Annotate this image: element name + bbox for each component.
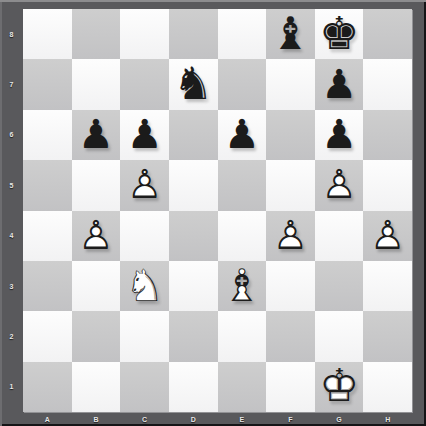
piece-white-knight[interactable]: ♞♘ xyxy=(120,261,169,311)
piece-white-pawn[interactable]: ♟♙ xyxy=(266,211,315,261)
square-h8[interactable] xyxy=(363,9,412,59)
square-b6[interactable]: ♟ xyxy=(72,110,121,160)
square-f4[interactable]: ♟♙ xyxy=(266,211,315,261)
piece-glyph: ♚ xyxy=(315,9,364,59)
square-b7[interactable] xyxy=(72,59,121,109)
file-label-c: C xyxy=(120,412,169,426)
piece-white-pawn[interactable]: ♟♙ xyxy=(72,211,121,261)
square-b3[interactable] xyxy=(72,261,121,311)
square-a2[interactable] xyxy=(23,311,72,361)
file-label-e: E xyxy=(218,412,267,426)
square-h6[interactable] xyxy=(363,110,412,160)
square-d4[interactable] xyxy=(169,211,218,261)
square-e1[interactable] xyxy=(218,362,267,412)
square-d5[interactable] xyxy=(169,160,218,210)
piece-glyph-outline: ♙ xyxy=(72,211,121,261)
piece-glyph-outline: ♘ xyxy=(120,261,169,311)
square-c1[interactable] xyxy=(120,362,169,412)
file-label-h: H xyxy=(363,412,412,426)
piece-black-bishop[interactable]: ♝ xyxy=(266,9,315,59)
square-a6[interactable] xyxy=(23,110,72,160)
piece-white-pawn[interactable]: ♟♙ xyxy=(120,160,169,210)
square-g7[interactable]: ♟ xyxy=(315,59,364,109)
piece-black-pawn[interactable]: ♟ xyxy=(315,110,364,160)
square-h2[interactable] xyxy=(363,311,412,361)
square-g4[interactable] xyxy=(315,211,364,261)
square-c8[interactable] xyxy=(120,9,169,59)
square-c7[interactable] xyxy=(120,59,169,109)
piece-white-bishop[interactable]: ♝♗ xyxy=(218,261,267,311)
piece-glyph: ♞ xyxy=(169,59,218,109)
file-label-g: G xyxy=(315,412,364,426)
square-f7[interactable] xyxy=(266,59,315,109)
square-e5[interactable] xyxy=(218,160,267,210)
piece-glyph-outline: ♔ xyxy=(315,362,364,412)
piece-glyph: ♟ xyxy=(315,110,364,160)
piece-glyph-outline: ♗ xyxy=(218,261,267,311)
square-b4[interactable]: ♟♙ xyxy=(72,211,121,261)
square-b8[interactable] xyxy=(72,9,121,59)
file-label-d: D xyxy=(169,412,218,426)
rank-label-8: 8 xyxy=(0,9,23,59)
rank-label-4: 4 xyxy=(0,211,23,261)
board: ♝♚♞♟♟♟♟♟♟♙♟♙♟♙♟♙♟♙♞♘♝♗♚♔ xyxy=(23,9,412,412)
file-label-b: B xyxy=(72,412,121,426)
piece-black-pawn[interactable]: ♟ xyxy=(120,110,169,160)
square-d7[interactable]: ♞ xyxy=(169,59,218,109)
piece-glyph: ♝ xyxy=(266,9,315,59)
piece-black-pawn[interactable]: ♟ xyxy=(72,110,121,160)
square-c2[interactable] xyxy=(120,311,169,361)
rank-label-3: 3 xyxy=(0,261,23,311)
piece-glyph-outline: ♙ xyxy=(363,211,412,261)
square-f1[interactable] xyxy=(266,362,315,412)
square-e3[interactable]: ♝♗ xyxy=(218,261,267,311)
rank-labels: 87654321 xyxy=(0,9,23,412)
square-d1[interactable] xyxy=(169,362,218,412)
square-a3[interactable] xyxy=(23,261,72,311)
piece-glyph: ♟ xyxy=(218,110,267,160)
piece-black-pawn[interactable]: ♟ xyxy=(218,110,267,160)
rank-label-7: 7 xyxy=(0,59,23,109)
square-h1[interactable] xyxy=(363,362,412,412)
square-d8[interactable] xyxy=(169,9,218,59)
square-g1[interactable]: ♚♔ xyxy=(315,362,364,412)
square-b5[interactable] xyxy=(72,160,121,210)
square-e7[interactable] xyxy=(218,59,267,109)
square-a5[interactable] xyxy=(23,160,72,210)
piece-glyph: ♟ xyxy=(120,110,169,160)
square-h5[interactable] xyxy=(363,160,412,210)
piece-black-pawn[interactable]: ♟ xyxy=(315,59,364,109)
square-e8[interactable] xyxy=(218,9,267,59)
square-f2[interactable] xyxy=(266,311,315,361)
square-c3[interactable]: ♞♘ xyxy=(120,261,169,311)
square-g5[interactable]: ♟♙ xyxy=(315,160,364,210)
piece-white-pawn[interactable]: ♟♙ xyxy=(363,211,412,261)
square-b1[interactable] xyxy=(72,362,121,412)
piece-glyph: ♟ xyxy=(315,59,364,109)
square-g2[interactable] xyxy=(315,311,364,361)
square-h7[interactable] xyxy=(363,59,412,109)
piece-black-king[interactable]: ♚ xyxy=(315,9,364,59)
piece-white-king[interactable]: ♚♔ xyxy=(315,362,364,412)
square-d2[interactable] xyxy=(169,311,218,361)
file-label-a: A xyxy=(23,412,72,426)
square-c4[interactable] xyxy=(120,211,169,261)
piece-black-knight[interactable]: ♞ xyxy=(169,59,218,109)
square-c5[interactable]: ♟♙ xyxy=(120,160,169,210)
square-a1[interactable] xyxy=(23,362,72,412)
square-f3[interactable] xyxy=(266,261,315,311)
file-label-f: F xyxy=(266,412,315,426)
square-f6[interactable] xyxy=(266,110,315,160)
rank-label-1: 1 xyxy=(0,362,23,412)
square-d3[interactable] xyxy=(169,261,218,311)
square-h3[interactable] xyxy=(363,261,412,311)
piece-glyph: ♟ xyxy=(72,110,121,160)
rank-label-6: 6 xyxy=(0,110,23,160)
square-f8[interactable]: ♝ xyxy=(266,9,315,59)
square-f5[interactable] xyxy=(266,160,315,210)
square-e4[interactable] xyxy=(218,211,267,261)
square-e6[interactable]: ♟ xyxy=(218,110,267,160)
piece-glyph-outline: ♙ xyxy=(266,211,315,261)
piece-glyph-outline: ♙ xyxy=(120,160,169,210)
square-h4[interactable]: ♟♙ xyxy=(363,211,412,261)
square-g8[interactable]: ♚ xyxy=(315,9,364,59)
file-labels: ABCDEFGH xyxy=(23,412,412,426)
chess-board-frame: 87654321 ♝♚♞♟♟♟♟♟♟♙♟♙♟♙♟♙♟♙♞♘♝♗♚♔ ABCDEF… xyxy=(0,0,426,426)
square-c6[interactable]: ♟ xyxy=(120,110,169,160)
square-g6[interactable]: ♟ xyxy=(315,110,364,160)
piece-white-pawn[interactable]: ♟♙ xyxy=(315,160,364,210)
rank-label-2: 2 xyxy=(0,311,23,361)
square-g3[interactable] xyxy=(315,261,364,311)
square-a4[interactable] xyxy=(23,211,72,261)
square-a8[interactable] xyxy=(23,9,72,59)
piece-glyph-outline: ♙ xyxy=(315,160,364,210)
square-a7[interactable] xyxy=(23,59,72,109)
square-d6[interactable] xyxy=(169,110,218,160)
square-b2[interactable] xyxy=(72,311,121,361)
rank-label-5: 5 xyxy=(0,160,23,210)
square-e2[interactable] xyxy=(218,311,267,361)
